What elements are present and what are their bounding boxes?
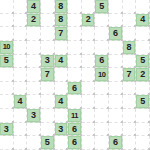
empty-cell-r3c5[interactable] xyxy=(68,41,82,55)
clue-cell-r4c4[interactable]: 4 xyxy=(55,55,69,69)
empty-cell-r2c2[interactable] xyxy=(27,27,41,41)
empty-cell-r4c2[interactable] xyxy=(27,55,41,69)
empty-cell-r1c3[interactable] xyxy=(41,14,55,28)
empty-cell-r6c6[interactable] xyxy=(82,82,96,96)
clue-cell-r2c4[interactable]: 7 xyxy=(55,27,69,41)
empty-cell-r10c10[interactable] xyxy=(136,136,150,150)
clue-cell-r9c5[interactable]: 6 xyxy=(68,123,82,137)
empty-cell-r6c4[interactable] xyxy=(55,82,69,96)
empty-cell-r5c8[interactable] xyxy=(109,68,123,82)
clue-cell-r9c4[interactable]: 3 xyxy=(55,123,69,137)
clue-cell-r7c1[interactable]: 4 xyxy=(14,95,28,109)
empty-cell-r0c3[interactable] xyxy=(41,0,55,14)
empty-cell-r2c1[interactable] xyxy=(14,27,28,41)
empty-cell-r5c2[interactable] xyxy=(27,68,41,82)
empty-cell-r8c7[interactable] xyxy=(95,109,109,123)
empty-cell-r9c10[interactable] xyxy=(136,123,150,137)
empty-cell-r6c2[interactable] xyxy=(27,82,41,96)
empty-cell-r10c4[interactable] xyxy=(55,136,69,150)
empty-cell-r5c1[interactable] xyxy=(14,68,28,82)
clue-cell-r2c8[interactable]: 6 xyxy=(109,27,123,41)
empty-cell-r9c8[interactable] xyxy=(109,123,123,137)
empty-cell-r10c6[interactable] xyxy=(82,136,96,150)
clue-cell-r4c7[interactable]: 6 xyxy=(95,55,109,69)
empty-cell-r0c0[interactable] xyxy=(0,0,14,14)
empty-cell-r6c8[interactable] xyxy=(109,82,123,96)
empty-cell-r3c3[interactable] xyxy=(41,41,55,55)
empty-cell-r0c9[interactable] xyxy=(123,0,137,14)
empty-cell-r2c7[interactable] xyxy=(95,27,109,41)
puzzle-board: 48528247610853465710726445311336566 xyxy=(0,0,150,150)
clue-cell-r3c0[interactable]: 10 xyxy=(0,41,14,55)
empty-cell-r3c7[interactable] xyxy=(95,41,109,55)
clue-cell-r8c2[interactable]: 3 xyxy=(27,109,41,123)
empty-cell-r6c0[interactable] xyxy=(0,82,14,96)
empty-cell-r5c4[interactable] xyxy=(55,68,69,82)
empty-cell-r1c9[interactable] xyxy=(123,14,137,28)
empty-cell-r7c6[interactable] xyxy=(82,95,96,109)
empty-cell-r4c8[interactable] xyxy=(109,55,123,69)
empty-cell-r8c3[interactable] xyxy=(41,109,55,123)
clue-cell-r3c9[interactable]: 8 xyxy=(123,41,137,55)
empty-cell-r5c0[interactable] xyxy=(0,68,14,82)
empty-cell-r1c8[interactable] xyxy=(109,14,123,28)
clue-cell-r8c5[interactable]: 11 xyxy=(68,109,82,123)
clue-cell-r1c6[interactable]: 2 xyxy=(82,14,96,28)
clue-cell-r9c0[interactable]: 3 xyxy=(0,123,14,137)
empty-cell-r8c8[interactable] xyxy=(109,109,123,123)
empty-cell-r9c2[interactable] xyxy=(27,123,41,137)
clue-cell-r5c9[interactable]: 7 xyxy=(123,68,137,82)
empty-cell-r7c9[interactable] xyxy=(123,95,137,109)
empty-cell-r0c1[interactable] xyxy=(14,0,28,14)
empty-cell-r3c10[interactable] xyxy=(136,41,150,55)
empty-cell-r1c1[interactable] xyxy=(14,14,28,28)
clue-cell-r4c3[interactable]: 3 xyxy=(41,55,55,69)
empty-cell-r4c6[interactable] xyxy=(82,55,96,69)
clue-cell-r0c2[interactable]: 4 xyxy=(27,0,41,14)
empty-cell-r1c5[interactable] xyxy=(68,14,82,28)
empty-cell-r1c7[interactable] xyxy=(95,14,109,28)
empty-cell-r6c7[interactable] xyxy=(95,82,109,96)
clue-cell-r7c10[interactable]: 5 xyxy=(136,95,150,109)
clue-cell-r5c7[interactable]: 10 xyxy=(95,68,109,82)
empty-cell-r10c0[interactable] xyxy=(0,136,14,150)
empty-cell-r7c3[interactable] xyxy=(41,95,55,109)
empty-cell-r6c3[interactable] xyxy=(41,82,55,96)
empty-cell-r3c8[interactable] xyxy=(109,41,123,55)
empty-cell-r3c2[interactable] xyxy=(27,41,41,55)
empty-cell-r10c7[interactable] xyxy=(95,136,109,150)
clue-cell-r5c3[interactable]: 7 xyxy=(41,68,55,82)
empty-cell-r9c3[interactable] xyxy=(41,123,55,137)
empty-cell-r8c10[interactable] xyxy=(136,109,150,123)
empty-cell-r8c6[interactable] xyxy=(82,109,96,123)
clue-cell-r1c2[interactable]: 2 xyxy=(27,14,41,28)
empty-cell-r8c0[interactable] xyxy=(0,109,14,123)
empty-cell-r10c2[interactable] xyxy=(27,136,41,150)
empty-cell-r3c1[interactable] xyxy=(14,41,28,55)
clue-cell-r10c3[interactable]: 5 xyxy=(41,136,55,150)
empty-cell-r0c5[interactable] xyxy=(68,0,82,14)
empty-cell-r2c10[interactable] xyxy=(136,27,150,41)
empty-cell-r2c5[interactable] xyxy=(68,27,82,41)
empty-cell-r0c8[interactable] xyxy=(109,0,123,14)
empty-cell-r7c5[interactable] xyxy=(68,95,82,109)
clue-cell-r1c4[interactable]: 8 xyxy=(55,14,69,28)
empty-cell-r9c1[interactable] xyxy=(14,123,28,137)
empty-cell-r0c6[interactable] xyxy=(82,0,96,14)
clue-cell-r1c10[interactable]: 4 xyxy=(136,14,150,28)
clue-cell-r7c4[interactable]: 4 xyxy=(55,95,69,109)
empty-cell-r8c1[interactable] xyxy=(14,109,28,123)
empty-cell-r4c9[interactable] xyxy=(123,55,137,69)
clue-cell-r5c10[interactable]: 2 xyxy=(136,68,150,82)
empty-cell-r10c9[interactable] xyxy=(123,136,137,150)
empty-cell-r8c9[interactable] xyxy=(123,109,137,123)
empty-cell-r7c7[interactable] xyxy=(95,95,109,109)
empty-cell-r8c4[interactable] xyxy=(55,109,69,123)
empty-cell-r6c1[interactable] xyxy=(14,82,28,96)
empty-cell-r2c3[interactable] xyxy=(41,27,55,41)
empty-cell-r0c10[interactable] xyxy=(136,0,150,14)
empty-cell-r2c9[interactable] xyxy=(123,27,137,41)
clue-cell-r0c7[interactable]: 5 xyxy=(95,0,109,14)
empty-cell-r2c0[interactable] xyxy=(0,27,14,41)
empty-cell-r10c1[interactable] xyxy=(14,136,28,150)
clue-cell-r6c5[interactable]: 6 xyxy=(68,82,82,96)
empty-cell-r3c6[interactable] xyxy=(82,41,96,55)
empty-cell-r7c2[interactable] xyxy=(27,95,41,109)
empty-cell-r1c0[interactable] xyxy=(0,14,14,28)
empty-cell-r6c10[interactable] xyxy=(136,82,150,96)
empty-cell-r5c5[interactable] xyxy=(68,68,82,82)
empty-cell-r2c6[interactable] xyxy=(82,27,96,41)
empty-cell-r3c4[interactable] xyxy=(55,41,69,55)
empty-cell-r7c0[interactable] xyxy=(0,95,14,109)
empty-cell-r5c6[interactable] xyxy=(82,68,96,82)
clue-cell-r4c0[interactable]: 5 xyxy=(0,55,14,69)
clue-cell-r4c10[interactable]: 5 xyxy=(136,55,150,69)
clue-cell-r0c4[interactable]: 8 xyxy=(55,0,69,14)
empty-cell-r6c9[interactable] xyxy=(123,82,137,96)
clue-cell-r10c8[interactable]: 6 xyxy=(109,136,123,150)
clue-cell-r10c5[interactable]: 6 xyxy=(68,136,82,150)
empty-cell-r7c8[interactable] xyxy=(109,95,123,109)
empty-cell-r9c9[interactable] xyxy=(123,123,137,137)
empty-cell-r4c5[interactable] xyxy=(68,55,82,69)
empty-cell-r9c6[interactable] xyxy=(82,123,96,137)
empty-cell-r9c7[interactable] xyxy=(95,123,109,137)
empty-cell-r4c1[interactable] xyxy=(14,55,28,69)
